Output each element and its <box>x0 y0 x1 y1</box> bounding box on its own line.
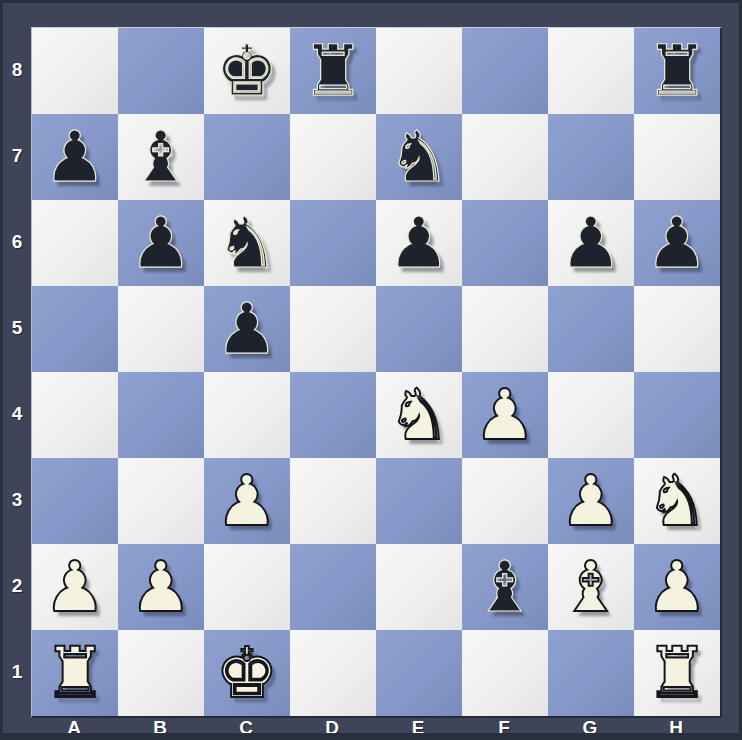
square-a5[interactable] <box>32 286 118 372</box>
square-h7[interactable] <box>634 114 720 200</box>
piece-black-knight[interactable]: ♞ <box>216 200 279 286</box>
piece-black-pawn[interactable]: ♟ <box>646 200 709 286</box>
piece-white-king[interactable]: ♚ <box>216 630 279 716</box>
square-b1[interactable] <box>118 630 204 716</box>
rank-label-4: 4 <box>3 371 31 457</box>
square-a4[interactable] <box>32 372 118 458</box>
square-c3[interactable]: ♟ <box>204 458 290 544</box>
square-d6[interactable] <box>290 200 376 286</box>
square-b8[interactable] <box>118 28 204 114</box>
square-d4[interactable] <box>290 372 376 458</box>
rank-label-2: 2 <box>3 543 31 629</box>
rank-label-5: 5 <box>3 285 31 371</box>
square-e2[interactable] <box>376 544 462 630</box>
square-h4[interactable] <box>634 372 720 458</box>
square-e6[interactable]: ♟ <box>376 200 462 286</box>
square-g6[interactable]: ♟ <box>548 200 634 286</box>
square-a3[interactable] <box>32 458 118 544</box>
square-f7[interactable] <box>462 114 548 200</box>
square-d8[interactable]: ♜ <box>290 28 376 114</box>
square-c4[interactable] <box>204 372 290 458</box>
square-d5[interactable] <box>290 286 376 372</box>
piece-white-pawn[interactable]: ♟ <box>130 544 193 630</box>
square-b4[interactable] <box>118 372 204 458</box>
square-c1[interactable]: ♚ <box>204 630 290 716</box>
piece-white-knight[interactable]: ♞ <box>646 458 709 544</box>
piece-white-rook[interactable]: ♜ <box>646 630 709 716</box>
square-f3[interactable] <box>462 458 548 544</box>
piece-white-knight[interactable]: ♞ <box>388 372 451 458</box>
square-e5[interactable] <box>376 286 462 372</box>
rank-label-1: 1 <box>3 629 31 715</box>
piece-black-bishop[interactable]: ♝ <box>474 544 537 630</box>
square-d1[interactable] <box>290 630 376 716</box>
square-c5[interactable]: ♟ <box>204 286 290 372</box>
square-e1[interactable] <box>376 630 462 716</box>
piece-white-pawn[interactable]: ♟ <box>474 372 537 458</box>
square-e8[interactable] <box>376 28 462 114</box>
rank-label-6: 6 <box>3 199 31 285</box>
piece-black-pawn[interactable]: ♟ <box>388 200 451 286</box>
square-g3[interactable]: ♟ <box>548 458 634 544</box>
square-h2[interactable]: ♟ <box>634 544 720 630</box>
square-b7[interactable]: ♝ <box>118 114 204 200</box>
square-a2[interactable]: ♟ <box>32 544 118 630</box>
square-h1[interactable]: ♜ <box>634 630 720 716</box>
square-b5[interactable] <box>118 286 204 372</box>
square-d2[interactable] <box>290 544 376 630</box>
piece-white-pawn[interactable]: ♟ <box>216 458 279 544</box>
piece-black-pawn[interactable]: ♟ <box>560 200 623 286</box>
square-c6[interactable]: ♞ <box>204 200 290 286</box>
square-a6[interactable] <box>32 200 118 286</box>
piece-white-bishop[interactable]: ♝ <box>560 544 623 630</box>
frame-bottom-edge <box>3 733 739 737</box>
square-g1[interactable] <box>548 630 634 716</box>
piece-black-pawn[interactable]: ♟ <box>44 114 107 200</box>
square-f4[interactable]: ♟ <box>462 372 548 458</box>
square-h5[interactable] <box>634 286 720 372</box>
square-d7[interactable] <box>290 114 376 200</box>
chess-board: ♚♜♜♟♝♞♟♞♟♟♟♟♞♟♟♟♞♟♟♝♝♟♜♚♜ <box>31 27 722 718</box>
piece-black-pawn[interactable]: ♟ <box>216 286 279 372</box>
square-f5[interactable] <box>462 286 548 372</box>
square-a8[interactable] <box>32 28 118 114</box>
piece-black-bishop[interactable]: ♝ <box>130 114 193 200</box>
rank-label-7: 7 <box>3 113 31 199</box>
square-b2[interactable]: ♟ <box>118 544 204 630</box>
rank-label-3: 3 <box>3 457 31 543</box>
square-g8[interactable] <box>548 28 634 114</box>
square-g4[interactable] <box>548 372 634 458</box>
square-h6[interactable]: ♟ <box>634 200 720 286</box>
piece-black-rook[interactable]: ♜ <box>302 28 365 114</box>
square-d3[interactable] <box>290 458 376 544</box>
piece-black-pawn[interactable]: ♟ <box>130 200 193 286</box>
square-e3[interactable] <box>376 458 462 544</box>
piece-white-rook[interactable]: ♜ <box>44 630 107 716</box>
square-a7[interactable]: ♟ <box>32 114 118 200</box>
square-h8[interactable]: ♜ <box>634 28 720 114</box>
square-f1[interactable] <box>462 630 548 716</box>
square-f8[interactable] <box>462 28 548 114</box>
piece-black-king[interactable]: ♚ <box>216 28 279 114</box>
square-e7[interactable]: ♞ <box>376 114 462 200</box>
square-b6[interactable]: ♟ <box>118 200 204 286</box>
square-a1[interactable]: ♜ <box>32 630 118 716</box>
square-f2[interactable]: ♝ <box>462 544 548 630</box>
square-b3[interactable] <box>118 458 204 544</box>
piece-black-knight[interactable]: ♞ <box>388 114 451 200</box>
rank-labels: 87654321 <box>3 27 31 715</box>
piece-white-pawn[interactable]: ♟ <box>44 544 107 630</box>
square-e4[interactable]: ♞ <box>376 372 462 458</box>
square-f6[interactable] <box>462 200 548 286</box>
square-g5[interactable] <box>548 286 634 372</box>
square-g2[interactable]: ♝ <box>548 544 634 630</box>
square-h3[interactable]: ♞ <box>634 458 720 544</box>
board-frame: 87654321 ♚♜♜♟♝♞♟♞♟♟♟♟♞♟♟♟♞♟♟♝♝♟♜♚♜ ABCDE… <box>0 0 742 740</box>
square-c7[interactable] <box>204 114 290 200</box>
square-c2[interactable] <box>204 544 290 630</box>
piece-black-rook[interactable]: ♜ <box>646 28 709 114</box>
piece-white-pawn[interactable]: ♟ <box>646 544 709 630</box>
square-g7[interactable] <box>548 114 634 200</box>
square-c8[interactable]: ♚ <box>204 28 290 114</box>
piece-white-pawn[interactable]: ♟ <box>560 458 623 544</box>
rank-label-8: 8 <box>3 27 31 113</box>
